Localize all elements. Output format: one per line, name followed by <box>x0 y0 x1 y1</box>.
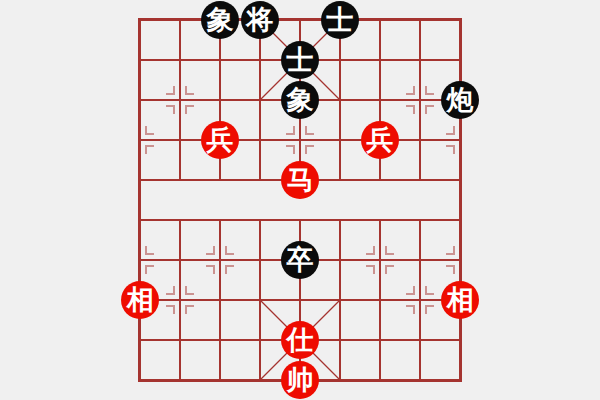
point-marker <box>166 286 175 295</box>
point-marker <box>185 86 194 95</box>
point-marker <box>225 265 234 274</box>
point-marker <box>206 265 215 274</box>
point-marker <box>446 126 455 135</box>
point-marker <box>425 286 434 295</box>
point-marker <box>166 86 175 95</box>
point-marker <box>145 145 154 154</box>
point-marker <box>385 246 394 255</box>
black-pawn[interactable]: 卒 <box>281 241 319 279</box>
point-marker <box>305 145 314 154</box>
point-marker <box>225 246 234 255</box>
xiangqi-app-canvas: 象将士士象炮兵兵马卒相相仕帅 <box>0 0 600 400</box>
point-marker <box>286 145 295 154</box>
black-elephant[interactable]: 象 <box>201 1 239 39</box>
point-marker <box>446 265 455 274</box>
point-marker <box>446 145 455 154</box>
point-marker <box>286 126 295 135</box>
point-marker <box>446 246 455 255</box>
black-advisor[interactable]: 士 <box>281 41 319 79</box>
black-advisor[interactable]: 士 <box>321 1 359 39</box>
point-marker <box>406 105 415 114</box>
point-marker <box>166 305 175 314</box>
red-advisor[interactable]: 仕 <box>281 321 319 359</box>
point-marker <box>166 105 175 114</box>
point-marker <box>366 265 375 274</box>
red-elephant[interactable]: 相 <box>441 281 479 319</box>
point-marker <box>145 246 154 255</box>
red-horse[interactable]: 马 <box>281 161 319 199</box>
point-marker <box>406 305 415 314</box>
black-general[interactable]: 将 <box>241 1 279 39</box>
point-marker <box>425 105 434 114</box>
point-marker <box>145 265 154 274</box>
point-marker <box>185 305 194 314</box>
black-cannon[interactable]: 炮 <box>441 81 479 119</box>
red-elephant[interactable]: 相 <box>121 281 159 319</box>
xiangqi-board: 象将士士象炮兵兵马卒相相仕帅 <box>140 20 460 380</box>
point-marker <box>145 126 154 135</box>
point-marker <box>406 86 415 95</box>
red-pawn[interactable]: 兵 <box>201 121 239 159</box>
point-marker <box>406 286 415 295</box>
point-marker <box>385 265 394 274</box>
point-marker <box>206 246 215 255</box>
red-general[interactable]: 帅 <box>281 361 319 399</box>
point-marker <box>425 305 434 314</box>
red-pawn[interactable]: 兵 <box>361 121 399 159</box>
point-marker <box>185 105 194 114</box>
black-elephant[interactable]: 象 <box>281 81 319 119</box>
point-marker <box>366 246 375 255</box>
point-marker <box>185 286 194 295</box>
point-marker <box>425 86 434 95</box>
point-marker <box>305 126 314 135</box>
